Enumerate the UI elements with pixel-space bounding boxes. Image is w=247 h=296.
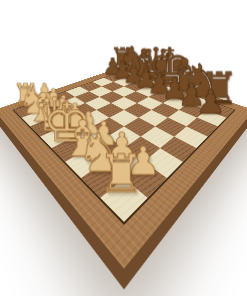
chess-board: ♜♞♝♛♚♝♞♜♟♟♟♟♟♟♟♟♟♟♟♟♟♟♟♟♜♞♝♛♚♝♞♜ — [0, 66, 247, 269]
piece-white-rook: ♜ — [65, 148, 178, 201]
board-squares: ♜♞♝♛♚♝♞♜♟♟♟♟♟♟♟♟♟♟♟♟♟♟♟♟♜♞♝♛♚♝♞♜ — [13, 70, 236, 225]
piece-black-pawn: ♟ — [176, 85, 245, 118]
chess-set-photo: ♜♞♝♛♚♝♞♜♟♟♟♟♟♟♟♟♟♟♟♟♟♟♟♟♜♞♝♛♚♝♞♜ — [0, 0, 247, 296]
